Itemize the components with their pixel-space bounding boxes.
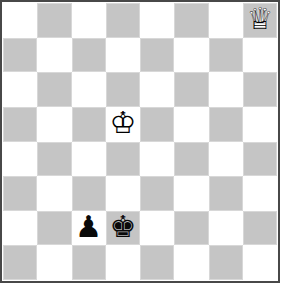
square-f5[interactable] xyxy=(174,107,208,142)
square-g6[interactable] xyxy=(209,72,243,107)
square-d5[interactable]: ♚♔ xyxy=(106,107,140,142)
square-d6[interactable] xyxy=(106,72,140,107)
black-pawn: ♟ xyxy=(72,211,106,246)
square-h5[interactable] xyxy=(243,107,277,142)
square-h6[interactable] xyxy=(243,72,277,107)
square-b3[interactable] xyxy=(37,176,71,211)
square-c4[interactable] xyxy=(72,142,106,177)
square-g8[interactable] xyxy=(209,3,243,38)
square-e6[interactable] xyxy=(140,72,174,107)
square-b2[interactable] xyxy=(37,211,71,246)
white-king: ♚♔ xyxy=(106,107,140,142)
square-f4[interactable] xyxy=(174,142,208,177)
square-d8[interactable] xyxy=(106,3,140,38)
square-b4[interactable] xyxy=(37,142,71,177)
white-queen: ♛♕ xyxy=(243,3,277,38)
square-c6[interactable] xyxy=(72,72,106,107)
square-d3[interactable] xyxy=(106,176,140,211)
square-e8[interactable] xyxy=(140,3,174,38)
square-a4[interactable] xyxy=(3,142,37,177)
square-b8[interactable] xyxy=(37,3,71,38)
square-b5[interactable] xyxy=(37,107,71,142)
square-e3[interactable] xyxy=(140,176,174,211)
square-h3[interactable] xyxy=(243,176,277,211)
square-f2[interactable] xyxy=(174,211,208,246)
square-g7[interactable] xyxy=(209,38,243,73)
square-g4[interactable] xyxy=(209,142,243,177)
square-h1[interactable] xyxy=(243,245,277,280)
square-e4[interactable] xyxy=(140,142,174,177)
square-a3[interactable] xyxy=(3,176,37,211)
square-c3[interactable] xyxy=(72,176,106,211)
square-c7[interactable] xyxy=(72,38,106,73)
black-king: ♚ xyxy=(106,211,140,246)
chessboard-frame: ♛♕♚♔♟♚ xyxy=(0,0,280,283)
square-f1[interactable] xyxy=(174,245,208,280)
square-f3[interactable] xyxy=(174,176,208,211)
square-b1[interactable] xyxy=(37,245,71,280)
square-f6[interactable] xyxy=(174,72,208,107)
square-a2[interactable] xyxy=(3,211,37,246)
square-f8[interactable] xyxy=(174,3,208,38)
square-b6[interactable] xyxy=(37,72,71,107)
square-a5[interactable] xyxy=(3,107,37,142)
square-a7[interactable] xyxy=(3,38,37,73)
square-g2[interactable] xyxy=(209,211,243,246)
square-e2[interactable] xyxy=(140,211,174,246)
square-g3[interactable] xyxy=(209,176,243,211)
square-c1[interactable] xyxy=(72,245,106,280)
square-f7[interactable] xyxy=(174,38,208,73)
square-h2[interactable] xyxy=(243,211,277,246)
square-h7[interactable] xyxy=(243,38,277,73)
square-h8[interactable]: ♛♕ xyxy=(243,3,277,38)
square-a8[interactable] xyxy=(3,3,37,38)
square-d7[interactable] xyxy=(106,38,140,73)
square-e1[interactable] xyxy=(140,245,174,280)
square-d4[interactable] xyxy=(106,142,140,177)
square-e7[interactable] xyxy=(140,38,174,73)
square-b7[interactable] xyxy=(37,38,71,73)
square-h4[interactable] xyxy=(243,142,277,177)
square-d2[interactable]: ♚ xyxy=(106,211,140,246)
square-g1[interactable] xyxy=(209,245,243,280)
square-c8[interactable] xyxy=(72,3,106,38)
square-c2[interactable]: ♟ xyxy=(72,211,106,246)
square-c5[interactable] xyxy=(72,107,106,142)
square-a6[interactable] xyxy=(3,72,37,107)
square-d1[interactable] xyxy=(106,245,140,280)
square-a1[interactable] xyxy=(3,245,37,280)
square-e5[interactable] xyxy=(140,107,174,142)
chess-diagram: ♛♕♚♔♟♚ xyxy=(0,0,281,285)
board: ♛♕♚♔♟♚ xyxy=(3,3,277,280)
square-g5[interactable] xyxy=(209,107,243,142)
